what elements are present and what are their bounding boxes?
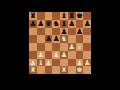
piece-black-pawn-f7: ♟ <box>68 20 76 28</box>
square-g1: ♚ <box>76 66 84 74</box>
square-a5 <box>29 35 37 43</box>
square-f2 <box>68 59 76 67</box>
square-f7: ♟ <box>68 20 76 28</box>
square-e1: ♜ <box>60 66 68 74</box>
square-b2: ♝ <box>37 59 45 67</box>
square-b5 <box>37 35 45 43</box>
piece-white-bishop-b2: ♝ <box>37 59 45 67</box>
square-h2: ♟ <box>83 59 91 67</box>
piece-white-pawn-h2: ♟ <box>83 59 91 67</box>
square-c1 <box>45 66 53 74</box>
thumbnail-canvas: ♜♝♜♚♟♟♛♞♝♟♟♟♟♟♟♞♟♛♟♟♟♟♝♟♟♟♜♜♚ <box>0 0 120 90</box>
piece-black-king-g8: ♚ <box>76 12 84 20</box>
piece-white-knight-e5: ♞ <box>60 35 68 43</box>
piece-black-pawn-d5: ♟ <box>52 35 60 43</box>
square-g6: ♟ <box>76 28 84 36</box>
square-a1: ♜ <box>29 66 37 74</box>
piece-white-pawn-c2: ♟ <box>45 59 53 67</box>
square-c7: ♛ <box>45 20 53 28</box>
piece-black-knight-d7: ♞ <box>52 20 60 28</box>
square-c4 <box>45 43 53 51</box>
square-h6 <box>83 28 91 36</box>
square-a7: ♟ <box>29 20 37 28</box>
square-d2 <box>52 59 60 67</box>
square-b1 <box>37 66 45 74</box>
piece-black-pawn-h7: ♟ <box>83 20 91 28</box>
piece-white-pawn-e3: ♟ <box>60 51 68 59</box>
square-f1 <box>68 66 76 74</box>
square-e5: ♞ <box>60 35 68 43</box>
square-d1 <box>52 66 60 74</box>
piece-white-rook-e1: ♜ <box>60 66 68 74</box>
square-h1 <box>83 66 91 74</box>
chess-board[interactable]: ♜♝♜♚♟♟♛♞♝♟♟♟♟♟♟♞♟♛♟♟♟♟♝♟♟♟♜♜♚ <box>29 12 91 74</box>
square-b7: ♟ <box>37 20 45 28</box>
square-d5: ♟ <box>52 35 60 43</box>
square-c2: ♟ <box>45 59 53 67</box>
piece-black-queen-c7: ♛ <box>45 20 53 28</box>
square-h7: ♟ <box>83 20 91 28</box>
square-g8: ♚ <box>76 12 84 20</box>
piece-white-queen-g4: ♛ <box>76 43 84 51</box>
square-h5 <box>83 35 91 43</box>
square-g4: ♛ <box>76 43 84 51</box>
square-f4: ♟ <box>68 43 76 51</box>
piece-black-pawn-a7: ♟ <box>29 20 37 28</box>
square-h4 <box>83 43 91 51</box>
piece-white-king-g1: ♚ <box>76 66 84 74</box>
piece-white-rook-a1: ♜ <box>29 66 37 74</box>
square-e3: ♟ <box>60 51 68 59</box>
piece-black-pawn-c5: ♟ <box>45 35 53 43</box>
square-f6 <box>68 28 76 36</box>
square-d7: ♞ <box>52 20 60 28</box>
square-f3 <box>68 51 76 59</box>
square-a6 <box>29 28 37 36</box>
square-a4 <box>29 43 37 51</box>
square-c5: ♟ <box>45 35 53 43</box>
piece-white-pawn-d3: ♟ <box>52 51 60 59</box>
square-b6 <box>37 28 45 36</box>
piece-black-pawn-b7: ♟ <box>37 20 45 28</box>
piece-black-pawn-g6: ♟ <box>76 28 84 36</box>
square-d3: ♟ <box>52 51 60 59</box>
piece-white-pawn-f4: ♟ <box>68 43 76 51</box>
